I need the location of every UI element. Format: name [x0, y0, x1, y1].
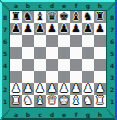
frame-corner-miter-bottom-left — [0, 109, 10, 120]
piece-black-pawn[interactable]: ♟ — [11, 23, 21, 35]
file-label-g: g — [82, 1, 94, 9]
rank-label-6: 6 — [1, 35, 9, 47]
square-f5[interactable] — [70, 47, 82, 59]
file-label-h: h — [94, 1, 106, 9]
frame-shadow-bottom — [2, 118, 115, 120]
square-g5[interactable] — [82, 47, 94, 59]
rank-label-5: 5 — [108, 47, 116, 59]
rank-label-3: 3 — [108, 71, 116, 83]
square-h1[interactable]: ♜ — [94, 95, 106, 107]
piece-white-knight[interactable]: ♞ — [23, 95, 33, 107]
piece-black-pawn[interactable]: ♟ — [47, 23, 57, 35]
rank-label-8: 8 — [108, 11, 116, 23]
square-h6[interactable] — [94, 35, 106, 47]
square-d6[interactable] — [46, 35, 58, 47]
piece-black-pawn[interactable]: ♟ — [59, 23, 69, 35]
file-label-c: c — [34, 1, 46, 9]
piece-white-bishop[interactable]: ♝ — [71, 95, 81, 107]
square-g7[interactable]: ♟ — [82, 23, 94, 35]
rank-label-4: 4 — [1, 59, 9, 71]
file-label-d: d — [46, 1, 58, 9]
rank-label-6: 6 — [108, 35, 116, 47]
square-b6[interactable] — [22, 35, 34, 47]
square-g1[interactable]: ♞ — [82, 95, 94, 107]
square-a6[interactable] — [10, 35, 22, 47]
square-c7[interactable]: ♟ — [34, 23, 46, 35]
file-label-e: e — [58, 1, 70, 9]
rank-label-7: 7 — [108, 23, 116, 35]
file-label-c: c — [34, 110, 46, 118]
square-b7[interactable]: ♟ — [22, 23, 34, 35]
square-a1[interactable]: ♜ — [10, 95, 22, 107]
piece-white-queen[interactable]: ♛ — [47, 95, 57, 107]
piece-white-bishop[interactable]: ♝ — [35, 95, 45, 107]
square-f6[interactable] — [70, 35, 82, 47]
file-label-b: b — [22, 1, 34, 9]
square-f4[interactable] — [70, 59, 82, 71]
square-g6[interactable] — [82, 35, 94, 47]
square-h4[interactable] — [94, 59, 106, 71]
square-c4[interactable] — [34, 59, 46, 71]
square-g4[interactable] — [82, 59, 94, 71]
file-label-d: d — [46, 110, 58, 118]
piece-white-king[interactable]: ♚ — [59, 95, 69, 107]
rank-labels-left: 87654321 — [1, 11, 9, 107]
square-c6[interactable] — [34, 35, 46, 47]
file-labels-top: abcdefgh — [10, 1, 106, 9]
square-b5[interactable] — [22, 47, 34, 59]
square-a5[interactable] — [10, 47, 22, 59]
file-label-a: a — [10, 110, 22, 118]
rank-label-1: 1 — [108, 95, 116, 107]
square-a7[interactable]: ♟ — [10, 23, 22, 35]
rank-label-7: 7 — [1, 23, 9, 35]
piece-white-knight[interactable]: ♞ — [83, 95, 93, 107]
piece-white-rook[interactable]: ♜ — [11, 95, 21, 107]
frame-corner-miter-bottom-right — [107, 109, 117, 120]
square-e5[interactable] — [58, 47, 70, 59]
square-e6[interactable] — [58, 35, 70, 47]
square-d1[interactable]: ♛ — [46, 95, 58, 107]
rank-label-2: 2 — [1, 83, 9, 95]
rank-label-8: 8 — [1, 11, 9, 23]
rank-label-2: 2 — [108, 83, 116, 95]
square-d7[interactable]: ♟ — [46, 23, 58, 35]
piece-white-rook[interactable]: ♜ — [95, 95, 105, 107]
file-label-h: h — [94, 110, 106, 118]
square-h5[interactable] — [94, 47, 106, 59]
square-h7[interactable]: ♟ — [94, 23, 106, 35]
piece-black-pawn[interactable]: ♟ — [23, 23, 33, 35]
square-d4[interactable] — [46, 59, 58, 71]
file-label-g: g — [82, 110, 94, 118]
chess-board-window: abcdefgh 87654321 87654321 abcdefgh ♜♞♝♛… — [0, 0, 117, 120]
frame-corner-miter-top-right — [107, 0, 117, 11]
square-c1[interactable]: ♝ — [34, 95, 46, 107]
square-c5[interactable] — [34, 47, 46, 59]
square-b4[interactable] — [22, 59, 34, 71]
piece-black-pawn[interactable]: ♟ — [35, 23, 45, 35]
rank-label-3: 3 — [1, 71, 9, 83]
square-d5[interactable] — [46, 47, 58, 59]
square-b1[interactable]: ♞ — [22, 95, 34, 107]
square-f7[interactable]: ♟ — [70, 23, 82, 35]
piece-black-pawn[interactable]: ♟ — [71, 23, 81, 35]
file-labels-bottom: abcdefgh — [10, 110, 106, 118]
file-label-b: b — [22, 110, 34, 118]
rank-labels-right: 87654321 — [108, 11, 116, 107]
square-e1[interactable]: ♚ — [58, 95, 70, 107]
file-label-f: f — [70, 1, 82, 9]
rank-label-4: 4 — [108, 59, 116, 71]
piece-black-pawn[interactable]: ♟ — [83, 23, 93, 35]
rank-label-1: 1 — [1, 95, 9, 107]
piece-black-pawn[interactable]: ♟ — [95, 23, 105, 35]
board-grid: ♜♞♝♛♚♝♞♜♟♟♟♟♟♟♟♟♟♟♟♟♟♟♟♟♜♞♝♛♚♝♞♜ — [10, 11, 106, 107]
square-f1[interactable]: ♝ — [70, 95, 82, 107]
square-e7[interactable]: ♟ — [58, 23, 70, 35]
square-e4[interactable] — [58, 59, 70, 71]
rank-label-5: 5 — [1, 47, 9, 59]
file-label-e: e — [58, 110, 70, 118]
file-label-a: a — [10, 1, 22, 9]
square-a4[interactable] — [10, 59, 22, 71]
file-label-f: f — [70, 110, 82, 118]
